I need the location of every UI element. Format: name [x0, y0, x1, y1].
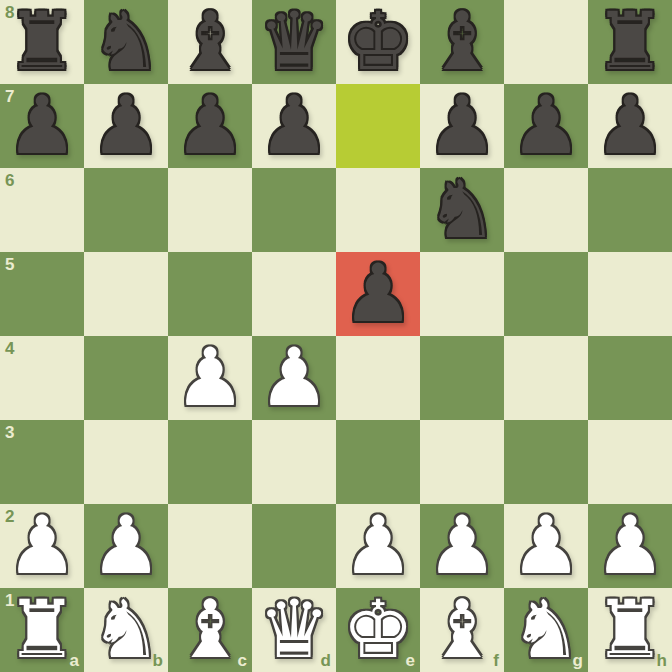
black-bishop[interactable]: ♝: [426, 0, 498, 84]
square-f4[interactable]: [420, 336, 504, 420]
rank-label-7: 7: [5, 88, 14, 105]
square-b8[interactable]: ♞: [84, 0, 168, 84]
square-h7[interactable]: ♟: [588, 84, 672, 168]
black-bishop[interactable]: ♝: [174, 0, 246, 84]
square-c8[interactable]: ♝: [168, 0, 252, 84]
white-pawn[interactable]: ♟: [90, 504, 162, 588]
square-e8[interactable]: ♚: [336, 0, 420, 84]
black-pawn[interactable]: ♟: [258, 84, 330, 168]
square-c5[interactable]: [168, 252, 252, 336]
file-label-e: e: [406, 652, 415, 669]
black-pawn[interactable]: ♟: [342, 252, 414, 336]
rank-label-3: 3: [5, 424, 14, 441]
rank-label-4: 4: [5, 340, 14, 357]
square-c3[interactable]: [168, 420, 252, 504]
square-a3[interactable]: 3: [0, 420, 84, 504]
black-pawn[interactable]: ♟: [174, 84, 246, 168]
file-label-a: a: [70, 652, 79, 669]
white-pawn[interactable]: ♟: [510, 504, 582, 588]
square-f7[interactable]: ♟: [420, 84, 504, 168]
square-a8[interactable]: 8♜: [0, 0, 84, 84]
square-h6[interactable]: [588, 168, 672, 252]
square-b1[interactable]: b♞: [84, 588, 168, 672]
rank-label-6: 6: [5, 172, 14, 189]
square-f6[interactable]: ♞: [420, 168, 504, 252]
square-f2[interactable]: ♟: [420, 504, 504, 588]
rank-label-8: 8: [5, 4, 14, 21]
square-h8[interactable]: ♜: [588, 0, 672, 84]
black-rook[interactable]: ♜: [594, 0, 666, 84]
file-label-d: d: [321, 652, 331, 669]
square-e7[interactable]: [336, 84, 420, 168]
square-g8[interactable]: [504, 0, 588, 84]
white-rook[interactable]: ♜: [594, 588, 666, 672]
black-pawn[interactable]: ♟: [510, 84, 582, 168]
file-label-c: c: [238, 652, 247, 669]
white-pawn[interactable]: ♟: [342, 504, 414, 588]
square-d7[interactable]: ♟: [252, 84, 336, 168]
black-rook[interactable]: ♜: [6, 0, 78, 84]
square-b2[interactable]: ♟: [84, 504, 168, 588]
white-king[interactable]: ♚: [342, 588, 414, 672]
black-pawn[interactable]: ♟: [6, 84, 78, 168]
black-king[interactable]: ♚: [342, 0, 414, 84]
square-e5[interactable]: ♟: [336, 252, 420, 336]
square-c1[interactable]: c♝: [168, 588, 252, 672]
square-d2[interactable]: [252, 504, 336, 588]
square-f3[interactable]: [420, 420, 504, 504]
square-g2[interactable]: ♟: [504, 504, 588, 588]
square-d8[interactable]: ♛: [252, 0, 336, 84]
chess-board: 8♜♞♝♛♚♝♜7♟♟♟♟♟♟♟6♞5♟4♟♟32♟♟♟♟♟♟1a♜b♞c♝d♛…: [0, 0, 672, 672]
square-c7[interactable]: ♟: [168, 84, 252, 168]
file-label-h: h: [657, 652, 667, 669]
square-b7[interactable]: ♟: [84, 84, 168, 168]
file-label-b: b: [153, 652, 163, 669]
black-knight[interactable]: ♞: [426, 168, 498, 252]
square-c6[interactable]: [168, 168, 252, 252]
square-d3[interactable]: [252, 420, 336, 504]
square-g7[interactable]: ♟: [504, 84, 588, 168]
square-b4[interactable]: [84, 336, 168, 420]
square-f5[interactable]: [420, 252, 504, 336]
file-label-g: g: [573, 652, 583, 669]
white-pawn[interactable]: ♟: [174, 336, 246, 420]
rank-label-5: 5: [5, 256, 14, 273]
white-knight[interactable]: ♞: [510, 588, 582, 672]
black-pawn[interactable]: ♟: [594, 84, 666, 168]
square-a4[interactable]: 4: [0, 336, 84, 420]
square-a5[interactable]: 5: [0, 252, 84, 336]
square-h4[interactable]: [588, 336, 672, 420]
square-e4[interactable]: [336, 336, 420, 420]
square-a1[interactable]: 1a♜: [0, 588, 84, 672]
square-e2[interactable]: ♟: [336, 504, 420, 588]
square-h1[interactable]: h♜: [588, 588, 672, 672]
square-h5[interactable]: [588, 252, 672, 336]
square-g3[interactable]: [504, 420, 588, 504]
black-pawn[interactable]: ♟: [426, 84, 498, 168]
white-bishop[interactable]: ♝: [426, 588, 498, 672]
white-bishop[interactable]: ♝: [174, 588, 246, 672]
square-a2[interactable]: 2♟: [0, 504, 84, 588]
square-c2[interactable]: [168, 504, 252, 588]
square-a7[interactable]: 7♟: [0, 84, 84, 168]
square-h2[interactable]: ♟: [588, 504, 672, 588]
white-queen[interactable]: ♛: [258, 588, 330, 672]
white-pawn[interactable]: ♟: [6, 504, 78, 588]
square-e1[interactable]: e♚: [336, 588, 420, 672]
square-h3[interactable]: [588, 420, 672, 504]
rank-label-2: 2: [5, 508, 14, 525]
square-e6[interactable]: [336, 168, 420, 252]
square-f8[interactable]: ♝: [420, 0, 504, 84]
square-b3[interactable]: [84, 420, 168, 504]
white-knight[interactable]: ♞: [90, 588, 162, 672]
black-pawn[interactable]: ♟: [90, 84, 162, 168]
square-d6[interactable]: [252, 168, 336, 252]
file-label-f: f: [493, 652, 499, 669]
black-queen[interactable]: ♛: [258, 0, 330, 84]
square-g4[interactable]: [504, 336, 588, 420]
white-rook[interactable]: ♜: [6, 588, 78, 672]
square-b5[interactable]: [84, 252, 168, 336]
square-b6[interactable]: [84, 168, 168, 252]
white-pawn[interactable]: ♟: [594, 504, 666, 588]
square-g6[interactable]: [504, 168, 588, 252]
square-e3[interactable]: [336, 420, 420, 504]
square-a6[interactable]: 6: [0, 168, 84, 252]
square-c4[interactable]: ♟: [168, 336, 252, 420]
white-pawn[interactable]: ♟: [258, 336, 330, 420]
rank-label-1: 1: [5, 592, 14, 609]
black-knight[interactable]: ♞: [90, 0, 162, 84]
white-pawn[interactable]: ♟: [426, 504, 498, 588]
square-f1[interactable]: f♝: [420, 588, 504, 672]
square-d1[interactable]: d♛: [252, 588, 336, 672]
square-d5[interactable]: [252, 252, 336, 336]
square-g1[interactable]: g♞: [504, 588, 588, 672]
square-d4[interactable]: ♟: [252, 336, 336, 420]
square-g5[interactable]: [504, 252, 588, 336]
